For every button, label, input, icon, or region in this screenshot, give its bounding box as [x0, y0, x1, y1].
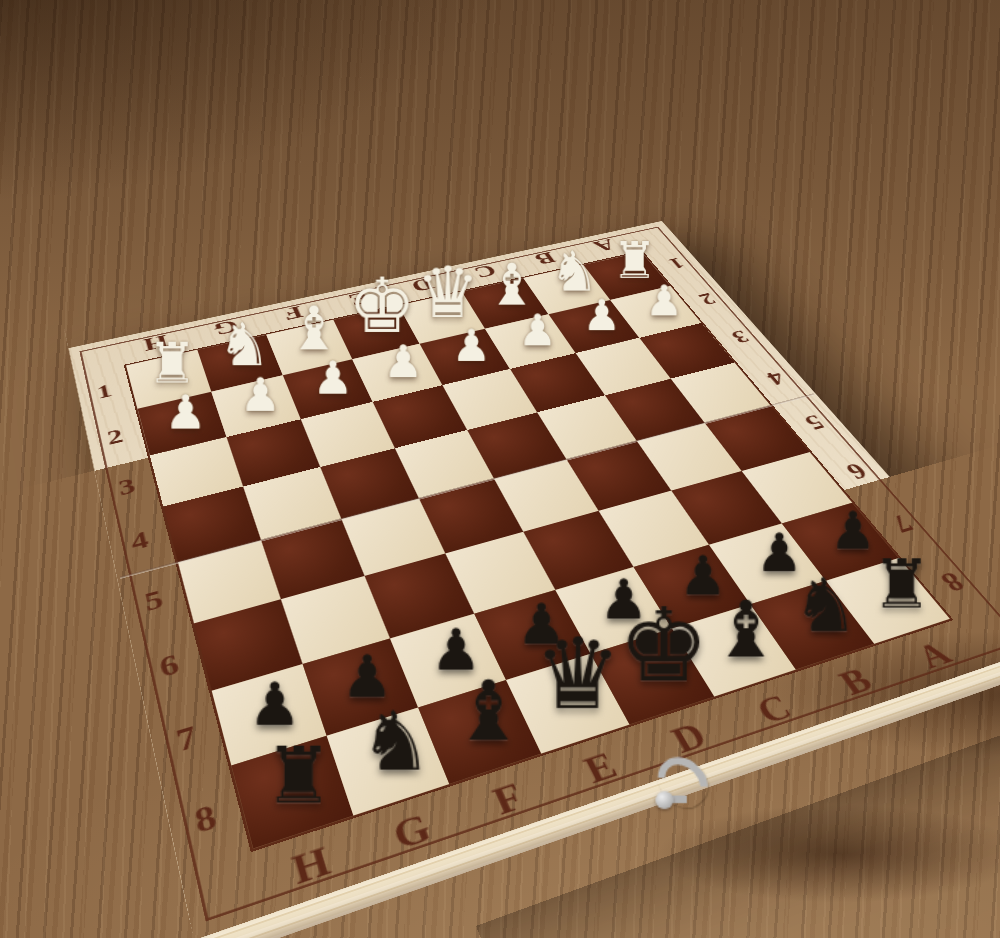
white-pawn: ♟	[518, 309, 557, 352]
white-bishop: ♝	[287, 298, 341, 358]
white-pawn: ♟	[383, 340, 423, 385]
white-pawn: ♟	[240, 372, 281, 418]
white-knight: ♞	[218, 315, 271, 374]
black-rook: ♜	[264, 737, 334, 815]
black-bishop: ♝	[711, 590, 781, 668]
black-pawn: ♟	[248, 675, 301, 734]
wood-table-background: HGFEDCBA HGFEDCBA 12345678 12345678 ♜♞♝♚…	[0, 0, 1000, 938]
white-pawn: ♟	[452, 324, 492, 368]
black-knight: ♞	[359, 701, 432, 783]
white-pawn: ♟	[583, 294, 621, 337]
black-pawn: ♟	[830, 505, 877, 557]
chess-board: HGFEDCBA HGFEDCBA 12345678 12345678 ♜♞♝♚…	[69, 221, 1000, 938]
black-rook: ♜	[871, 550, 932, 618]
black-bishop: ♝	[451, 669, 525, 752]
latch-clasp	[651, 755, 711, 818]
black-queen: ♛	[534, 625, 622, 723]
black-knight: ♞	[792, 569, 858, 643]
white-pawn: ♟	[313, 356, 354, 402]
scene: HGFEDCBA HGFEDCBA 12345678 12345678 ♜♞♝♚…	[0, 0, 1000, 938]
white-pawn: ♟	[165, 389, 207, 436]
white-king: ♚	[348, 267, 416, 343]
clasp-screw	[655, 791, 673, 809]
white-pawn: ♟	[645, 280, 683, 322]
white-queen: ♛	[416, 257, 479, 328]
white-rook: ♜	[147, 335, 197, 391]
black-king: ♚	[618, 594, 709, 696]
